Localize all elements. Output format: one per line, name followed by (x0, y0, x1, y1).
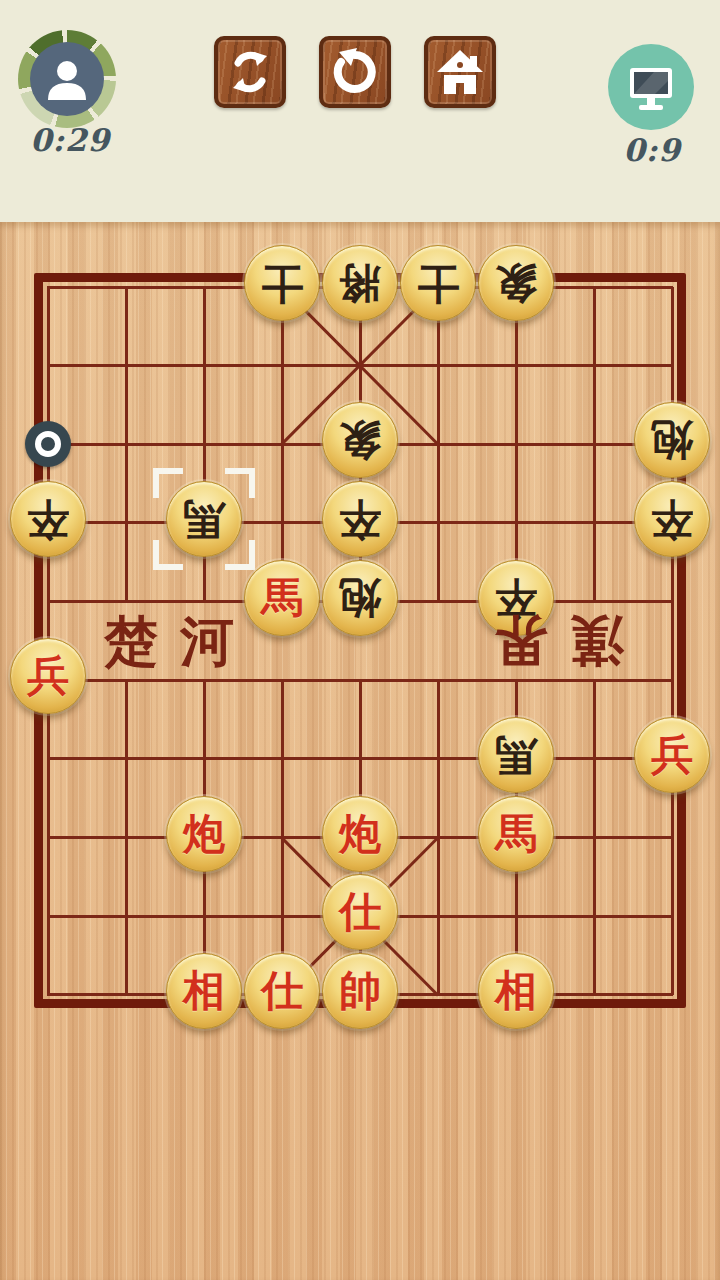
piece-black-士[interactable]: 士 (244, 245, 320, 321)
swap-sides-button[interactable] (214, 36, 286, 108)
piece-black-士[interactable]: 士 (400, 245, 476, 321)
player-timer: 0:29 (10, 122, 130, 158)
piece-character: 馬 (183, 498, 225, 540)
piece-black-卒[interactable]: 卒 (10, 481, 86, 557)
piece-character: 兵 (651, 734, 693, 776)
computer-monitor-icon (625, 61, 677, 113)
piece-red-相[interactable]: 相 (166, 953, 242, 1029)
grid-line (671, 287, 674, 995)
player-avatar[interactable] (30, 42, 104, 116)
piece-character: 帥 (339, 970, 381, 1012)
piece-black-卒[interactable]: 卒 (634, 481, 710, 557)
home-icon (436, 48, 484, 96)
piece-character: 將 (339, 262, 381, 304)
piece-red-炮[interactable]: 炮 (166, 796, 242, 872)
piece-black-馬[interactable]: 馬 (478, 717, 554, 793)
piece-character: 士 (261, 262, 303, 304)
grid-line (593, 287, 596, 602)
opponent-avatar[interactable] (608, 44, 694, 130)
piece-character: 卒 (27, 498, 69, 540)
piece-black-卒[interactable]: 卒 (322, 481, 398, 557)
piece-red-馬[interactable]: 馬 (478, 796, 554, 872)
piece-red-相[interactable]: 相 (478, 953, 554, 1029)
piece-character: 馬 (261, 577, 303, 619)
piece-character: 炮 (339, 577, 381, 619)
piece-red-兵[interactable]: 兵 (634, 717, 710, 793)
piece-character: 卒 (651, 498, 693, 540)
last-move-origin-marker (25, 421, 71, 467)
piece-character: 仕 (261, 970, 303, 1012)
piece-character: 卒 (339, 498, 381, 540)
piece-black-將[interactable]: 將 (322, 245, 398, 321)
piece-character: 炮 (339, 813, 381, 855)
opponent-timer: 0:9 (592, 132, 712, 168)
piece-black-馬[interactable]: 馬 (166, 481, 242, 557)
piece-character: 相 (495, 970, 537, 1012)
piece-character: 兵 (27, 655, 69, 697)
piece-black-炮[interactable]: 炮 (634, 402, 710, 478)
piece-character: 炮 (183, 813, 225, 855)
piece-character: 象 (495, 262, 537, 304)
piece-character: 馬 (495, 813, 537, 855)
piece-character: 士 (417, 262, 459, 304)
piece-red-炮[interactable]: 炮 (322, 796, 398, 872)
piece-character: 炮 (651, 419, 693, 461)
piece-red-仕[interactable]: 仕 (244, 953, 320, 1029)
restart-button[interactable] (319, 36, 391, 108)
river-label-left: 楚河 (100, 611, 260, 671)
person-icon (44, 56, 90, 102)
grid-line (515, 287, 518, 602)
top-bar: 0:29 0:9 (0, 0, 720, 224)
grid-line (593, 680, 596, 995)
grid-line (125, 680, 128, 995)
home-button[interactable] (424, 36, 496, 108)
river-label-right: 漢界 (468, 611, 628, 671)
swap-arrows-icon (227, 49, 273, 95)
grid-line (125, 287, 128, 602)
piece-character: 馬 (495, 734, 537, 776)
piece-black-象[interactable]: 象 (478, 245, 554, 321)
piece-black-炮[interactable]: 炮 (322, 560, 398, 636)
piece-character: 仕 (339, 891, 381, 933)
restart-arrow-icon (331, 48, 379, 96)
piece-character: 象 (339, 419, 381, 461)
piece-red-帥[interactable]: 帥 (322, 953, 398, 1029)
piece-black-象[interactable]: 象 (322, 402, 398, 478)
piece-character: 相 (183, 970, 225, 1012)
piece-red-兵[interactable]: 兵 (10, 638, 86, 714)
piece-red-仕[interactable]: 仕 (322, 874, 398, 950)
player-timer-ring (18, 30, 116, 128)
